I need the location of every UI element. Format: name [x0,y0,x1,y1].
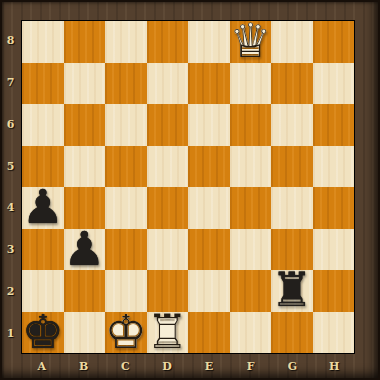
square-d5[interactable] [147,146,189,188]
square-a3[interactable] [22,229,64,271]
square-g6[interactable] [271,104,313,146]
square-c3[interactable] [105,229,147,271]
square-h4[interactable] [313,187,355,229]
square-d4[interactable] [147,187,189,229]
white-king-outline-glyph: ♔ [105,311,147,353]
square-b5[interactable] [64,146,106,188]
rank-label-7: 7 [0,62,21,104]
white-queen-outline-glyph: ♕ [230,20,272,62]
square-e8[interactable] [188,21,230,63]
black-pawn-glyph: ♟ [22,186,64,228]
square-f3[interactable] [230,229,272,271]
square-h2[interactable] [313,270,355,312]
square-b8[interactable] [64,21,106,63]
square-h7[interactable] [313,63,355,105]
square-a4[interactable]: ♟ [22,187,64,229]
square-c6[interactable] [105,104,147,146]
black-rook-glyph: ♜ [271,269,313,311]
square-e4[interactable] [188,187,230,229]
black-rook-g2[interactable]: ♜ [271,270,313,312]
black-pawn-glyph: ♟ [64,228,106,270]
chess-app: 87654321 ABCDEFGH ♛♕♟♟♜♚♚♔♜♖ [0,0,380,380]
square-d1[interactable]: ♜♖ [147,312,189,354]
square-g7[interactable] [271,63,313,105]
square-d7[interactable] [147,63,189,105]
square-c8[interactable] [105,21,147,63]
square-f6[interactable] [230,104,272,146]
square-f2[interactable] [230,270,272,312]
square-a8[interactable] [22,21,64,63]
rank-label-8: 8 [0,20,21,62]
square-b1[interactable] [64,312,106,354]
square-a6[interactable] [22,104,64,146]
square-e3[interactable] [188,229,230,271]
square-e6[interactable] [188,104,230,146]
square-c1[interactable]: ♚♔ [105,312,147,354]
square-h8[interactable] [313,21,355,63]
square-f4[interactable] [230,187,272,229]
square-b7[interactable] [64,63,106,105]
rank-label-4: 4 [0,187,21,229]
white-queen-f8[interactable]: ♛♕ [230,21,272,63]
white-king-c1[interactable]: ♚♔ [105,312,147,354]
rank-label-5: 5 [0,145,21,187]
square-d3[interactable] [147,229,189,271]
white-rook-d1[interactable]: ♜♖ [147,312,189,354]
rank-label-2: 2 [0,271,21,313]
square-c5[interactable] [105,146,147,188]
chess-board: ♛♕♟♟♜♚♚♔♜♖ [21,20,355,354]
square-a1[interactable]: ♚ [22,312,64,354]
rank-labels: 87654321 [0,20,21,354]
square-c7[interactable] [105,63,147,105]
file-label-f: F [230,355,272,378]
file-label-h: H [313,355,355,378]
square-f1[interactable] [230,312,272,354]
black-pawn-b3[interactable]: ♟ [64,229,106,271]
black-king-glyph: ♚ [22,311,64,353]
square-e7[interactable] [188,63,230,105]
square-f8[interactable]: ♛♕ [230,21,272,63]
square-d8[interactable] [147,21,189,63]
square-h1[interactable] [313,312,355,354]
square-f7[interactable] [230,63,272,105]
square-c4[interactable] [105,187,147,229]
square-d6[interactable] [147,104,189,146]
square-e1[interactable] [188,312,230,354]
square-h5[interactable] [313,146,355,188]
rank-label-6: 6 [0,104,21,146]
square-g5[interactable] [271,146,313,188]
square-g4[interactable] [271,187,313,229]
black-king-a1[interactable]: ♚ [22,312,64,354]
square-b2[interactable] [64,270,106,312]
black-pawn-a4[interactable]: ♟ [22,187,64,229]
square-g8[interactable] [271,21,313,63]
square-b3[interactable]: ♟ [64,229,106,271]
file-label-b: B [63,355,105,378]
square-g1[interactable] [271,312,313,354]
square-g2[interactable]: ♜ [271,270,313,312]
white-rook-outline-glyph: ♖ [147,311,189,353]
square-e5[interactable] [188,146,230,188]
square-e2[interactable] [188,270,230,312]
rank-label-3: 3 [0,229,21,271]
rank-label-1: 1 [0,312,21,354]
square-f5[interactable] [230,146,272,188]
file-label-g: G [272,355,314,378]
square-a7[interactable] [22,63,64,105]
square-h6[interactable] [313,104,355,146]
square-h3[interactable] [313,229,355,271]
square-b6[interactable] [64,104,106,146]
file-label-e: E [188,355,230,378]
